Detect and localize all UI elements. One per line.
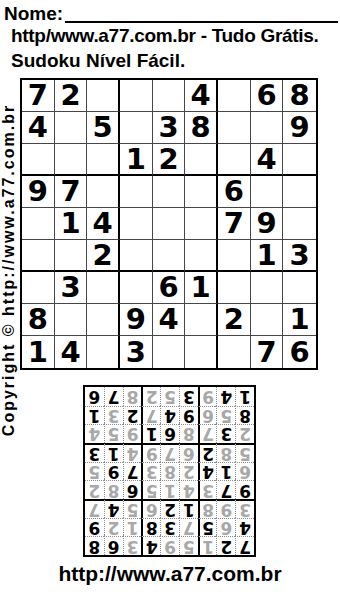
solution-cell-r8c2: 5 xyxy=(216,406,235,425)
solution-cell-r8c6: 7 xyxy=(141,406,160,425)
solution-cell-r2c3: 5 xyxy=(198,518,217,537)
puzzle-cell-r7c3[interactable] xyxy=(87,272,120,304)
puzzle-cell-r8c9: 1 xyxy=(283,304,316,336)
puzzle-cell-r5c9[interactable] xyxy=(283,208,316,240)
solution-cell-r5c4: 2 xyxy=(179,462,198,481)
puzzle-cell-r6c2[interactable] xyxy=(55,240,88,272)
puzzle-cell-r8c6[interactable] xyxy=(185,304,218,336)
solution-cell-r6c3: 2 xyxy=(198,443,217,462)
site-title: http/www.a77.com.br - Tudo Grátis. xyxy=(11,25,319,47)
solution-cell-r7c6: 1 xyxy=(141,424,160,443)
puzzle-cell-r6c7[interactable] xyxy=(218,240,251,272)
puzzle-cell-r6c6[interactable] xyxy=(185,240,218,272)
solution-cell-r2c8: 2 xyxy=(104,518,123,537)
solution-cell-r1c4: 5 xyxy=(179,536,198,555)
name-label: Nome: xyxy=(4,4,63,23)
solution-cell-r1c7: 3 xyxy=(123,536,142,555)
name-blank-line[interactable] xyxy=(65,19,338,23)
puzzle-cell-r9c9: 6 xyxy=(283,336,316,368)
puzzle-cell-r8c8[interactable] xyxy=(251,304,284,336)
solution-cell-r6c7: 4 xyxy=(123,443,142,462)
puzzle-cell-r2c9: 9 xyxy=(283,112,316,144)
solution-cell-r9c7: 8 xyxy=(123,387,142,406)
puzzle-cell-r8c2[interactable] xyxy=(55,304,88,336)
solution-cell-r8c7: 2 xyxy=(123,406,142,425)
solution-cell-r5c6: 3 xyxy=(141,462,160,481)
puzzle-cell-r8c7: 2 xyxy=(218,304,251,336)
puzzle-cell-r2c5: 3 xyxy=(153,112,186,144)
puzzle-cell-r3c8: 4 xyxy=(251,144,284,176)
puzzle-cell-r1c2: 2 xyxy=(55,80,88,112)
puzzle-cell-r1c4[interactable] xyxy=(120,80,153,112)
solution-cell-r4c7: 6 xyxy=(123,480,142,499)
puzzle-cell-r5c7: 7 xyxy=(218,208,251,240)
puzzle-cell-r9c5[interactable] xyxy=(153,336,186,368)
solution-cell-r7c1: 2 xyxy=(235,424,254,443)
puzzle-cell-r5c8: 9 xyxy=(251,208,284,240)
solution-cell-r9c1: 1 xyxy=(235,387,254,406)
solution-cell-r9c9: 6 xyxy=(85,387,104,406)
solution-cell-r7c5: 6 xyxy=(160,424,179,443)
solution-cell-r6c9: 3 xyxy=(85,443,104,462)
solution-cell-r6c1: 5 xyxy=(235,443,254,462)
puzzle-cell-r1c7[interactable] xyxy=(218,80,251,112)
solution-cell-r9c4: 3 xyxy=(179,387,198,406)
solution-cell-r4c6: 5 xyxy=(141,480,160,499)
puzzle-cell-r7c9[interactable] xyxy=(283,272,316,304)
solution-cell-r1c8: 6 xyxy=(104,536,123,555)
solution-cell-r5c9: 5 xyxy=(85,462,104,481)
solution-cell-r6c5: 7 xyxy=(160,443,179,462)
puzzle-cell-r4c7: 6 xyxy=(218,176,251,208)
solution-cell-r2c4: 7 xyxy=(179,518,198,537)
solution-cell-r5c3: 4 xyxy=(198,462,217,481)
solution-cell-r7c2: 3 xyxy=(216,424,235,443)
solution-cell-r2c2: 6 xyxy=(216,518,235,537)
puzzle-cell-r2c4[interactable] xyxy=(120,112,153,144)
solution-cell-r4c1: 9 xyxy=(235,480,254,499)
puzzle-cell-r1c8: 6 xyxy=(251,80,284,112)
solution-cell-r9c8: 7 xyxy=(104,387,123,406)
puzzle-cell-r1c3[interactable] xyxy=(87,80,120,112)
puzzle-cell-r2c2[interactable] xyxy=(55,112,88,144)
puzzle-cell-r3c7[interactable] xyxy=(218,144,251,176)
solution-cell-r3c7: 5 xyxy=(123,499,142,518)
puzzle-cell-r7c2: 3 xyxy=(55,272,88,304)
puzzle-cell-r8c4: 9 xyxy=(120,304,153,336)
solution-cell-r3c1: 3 xyxy=(235,499,254,518)
puzzle-cell-r3c5: 2 xyxy=(153,144,186,176)
solution-cell-r4c3: 3 xyxy=(198,480,217,499)
puzzle-cell-r7c1[interactable] xyxy=(22,272,55,304)
puzzle-cell-r1c1: 7 xyxy=(22,80,55,112)
solution-cell-r3c5: 2 xyxy=(160,499,179,518)
solution-cell-r4c9: 2 xyxy=(85,480,104,499)
puzzle-cell-r5c2: 1 xyxy=(55,208,88,240)
solution-cell-r6c8: 1 xyxy=(104,443,123,462)
solution-cell-r4c4: 4 xyxy=(179,480,198,499)
name-field-row: Nome: xyxy=(4,2,338,23)
puzzle-grid: 724684538912497614792133618942114376 xyxy=(20,78,318,370)
solution-cell-r5c8: 9 xyxy=(104,462,123,481)
puzzle-cell-r5c1[interactable] xyxy=(22,208,55,240)
puzzle-cell-r5c4[interactable] xyxy=(120,208,153,240)
solution-cell-r1c5: 9 xyxy=(160,536,179,555)
puzzle-cell-r9c2: 4 xyxy=(55,336,88,368)
puzzle-cell-r3c6[interactable] xyxy=(185,144,218,176)
solution-cell-r9c2: 4 xyxy=(216,387,235,406)
puzzle-cell-r4c9[interactable] xyxy=(283,176,316,208)
solution-cell-r8c9: 1 xyxy=(85,406,104,425)
solution-grid: 7215943684657381293981265479734156826142… xyxy=(83,385,256,557)
puzzle-cell-r6c5[interactable] xyxy=(153,240,186,272)
puzzle-cell-r6c1[interactable] xyxy=(22,240,55,272)
solution-cell-r1c1: 7 xyxy=(235,536,254,555)
solution-cell-r3c6: 6 xyxy=(141,499,160,518)
solution-cell-r8c1: 8 xyxy=(235,406,254,425)
puzzle-cell-r7c8[interactable] xyxy=(251,272,284,304)
puzzle-cell-r9c8: 7 xyxy=(251,336,284,368)
puzzle-cell-r3c3[interactable] xyxy=(87,144,120,176)
puzzle-level-title: Sudoku Nível Fácil. xyxy=(11,50,185,72)
puzzle-cell-r7c5: 6 xyxy=(153,272,186,304)
solution-cell-r1c2: 2 xyxy=(216,536,235,555)
puzzle-cell-r2c8[interactable] xyxy=(251,112,284,144)
copyright-vertical-text: Copyright © http://www.a77.com.br xyxy=(0,104,18,436)
puzzle-cell-r5c6[interactable] xyxy=(185,208,218,240)
solution-cell-r8c8: 3 xyxy=(104,406,123,425)
solution-cell-r1c3: 1 xyxy=(198,536,217,555)
puzzle-cell-r2c1: 4 xyxy=(22,112,55,144)
puzzle-cell-r5c5[interactable] xyxy=(153,208,186,240)
puzzle-cell-r8c3[interactable] xyxy=(87,304,120,336)
solution-cell-r6c6: 9 xyxy=(141,443,160,462)
solution-cell-r2c9: 9 xyxy=(85,518,104,537)
solution-cell-r3c8: 4 xyxy=(104,499,123,518)
puzzle-cell-r7c6: 1 xyxy=(185,272,218,304)
puzzle-cell-r3c1[interactable] xyxy=(22,144,55,176)
puzzle-cell-r4c6[interactable] xyxy=(185,176,218,208)
solution-cell-r9c3: 9 xyxy=(198,387,217,406)
solution-cell-r1c9: 8 xyxy=(85,536,104,555)
solution-cell-r8c5: 4 xyxy=(160,406,179,425)
puzzle-cell-r7c7[interactable] xyxy=(218,272,251,304)
puzzle-cell-r1c6: 4 xyxy=(185,80,218,112)
solution-cell-r8c4: 9 xyxy=(179,406,198,425)
solution-cell-r2c1: 4 xyxy=(235,518,254,537)
puzzle-cell-r4c1: 9 xyxy=(22,176,55,208)
puzzle-cell-r4c3[interactable] xyxy=(87,176,120,208)
puzzle-cell-r4c5[interactable] xyxy=(153,176,186,208)
puzzle-cell-r9c4: 3 xyxy=(120,336,153,368)
puzzle-cell-r5c3: 4 xyxy=(87,208,120,240)
solution-cell-r7c4: 8 xyxy=(179,424,198,443)
solution-cell-r7c9: 4 xyxy=(85,424,104,443)
puzzle-cell-r9c1: 1 xyxy=(22,336,55,368)
puzzle-cell-r4c4[interactable] xyxy=(120,176,153,208)
solution-cell-r7c3: 7 xyxy=(198,424,217,443)
puzzle-cell-r1c9: 8 xyxy=(283,80,316,112)
puzzle-cell-r8c1: 8 xyxy=(22,304,55,336)
puzzle-cell-r2c7[interactable] xyxy=(218,112,251,144)
puzzle-cell-r4c8[interactable] xyxy=(251,176,284,208)
solution-cell-r5c1: 6 xyxy=(235,462,254,481)
solution-cell-r4c2: 7 xyxy=(216,480,235,499)
worksheet-page: Nome: http/www.a77.com.br - Tudo Grátis.… xyxy=(0,0,340,596)
footer-url: http://www.a77.com.br xyxy=(0,562,340,586)
solution-cell-r4c8: 8 xyxy=(104,480,123,499)
solution-cell-r2c6: 8 xyxy=(141,518,160,537)
solution-cell-r8c3: 6 xyxy=(198,406,217,425)
solution-cell-r3c3: 8 xyxy=(198,499,217,518)
solution-cell-r2c5: 3 xyxy=(160,518,179,537)
puzzle-cell-r9c3[interactable] xyxy=(87,336,120,368)
puzzle-cell-r4c2: 7 xyxy=(55,176,88,208)
solution-cell-r9c5: 5 xyxy=(160,387,179,406)
puzzle-cell-r2c3: 5 xyxy=(87,112,120,144)
puzzle-cell-r7c4[interactable] xyxy=(120,272,153,304)
solution-cell-r7c8: 5 xyxy=(104,424,123,443)
solution-cell-r5c5: 8 xyxy=(160,462,179,481)
puzzle-cell-r1c5[interactable] xyxy=(153,80,186,112)
puzzle-cell-r6c4[interactable] xyxy=(120,240,153,272)
solution-cell-r9c6: 2 xyxy=(141,387,160,406)
puzzle-cell-r9c6[interactable] xyxy=(185,336,218,368)
puzzle-cell-r3c4: 1 xyxy=(120,144,153,176)
solution-cell-r7c7: 9 xyxy=(123,424,142,443)
solution-cell-r2c7: 1 xyxy=(123,518,142,537)
puzzle-cell-r6c3: 2 xyxy=(87,240,120,272)
solution-cell-r6c4: 6 xyxy=(179,443,198,462)
solution-cell-r5c2: 1 xyxy=(216,462,235,481)
solution-cell-r1c6: 4 xyxy=(141,536,160,555)
solution-cell-r3c2: 9 xyxy=(216,499,235,518)
solution-cell-r5c7: 7 xyxy=(123,462,142,481)
solution-cell-r4c5: 1 xyxy=(160,480,179,499)
puzzle-cell-r6c9: 3 xyxy=(283,240,316,272)
puzzle-cell-r6c8: 1 xyxy=(251,240,284,272)
puzzle-cell-r2c6: 8 xyxy=(185,112,218,144)
solution-cell-r6c2: 8 xyxy=(216,443,235,462)
puzzle-cell-r3c9[interactable] xyxy=(283,144,316,176)
solution-cell-r3c4: 1 xyxy=(179,499,198,518)
puzzle-cell-r8c5: 4 xyxy=(153,304,186,336)
puzzle-cell-r3c2[interactable] xyxy=(55,144,88,176)
solution-cell-r3c9: 7 xyxy=(85,499,104,518)
puzzle-cell-r9c7[interactable] xyxy=(218,336,251,368)
